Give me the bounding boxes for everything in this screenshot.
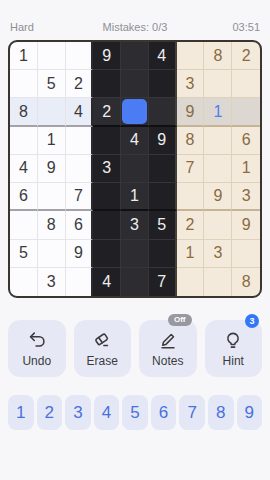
cell-r9c5[interactable] (121, 268, 149, 296)
cell-r1c4[interactable]: 9 (93, 42, 121, 70)
cell-r3c4[interactable]: 2 (93, 98, 121, 126)
cell-r6c9[interactable]: 3 (232, 183, 260, 211)
top-bar: Hard Mistakes: 0/3 03:51 (0, 0, 270, 36)
cell-r4c2[interactable]: 1 (38, 127, 66, 155)
cell-r5c4[interactable]: 3 (93, 155, 121, 183)
cell-r4c6[interactable]: 9 (149, 127, 177, 155)
cell-r9c1[interactable] (10, 268, 38, 296)
cell-r1c9[interactable]: 2 (232, 42, 260, 70)
cell-r6c8[interactable]: 9 (204, 183, 232, 211)
undo-label: Undo (22, 354, 51, 368)
cell-r4c5[interactable]: 4 (121, 127, 149, 155)
cell-r3c9[interactable] (232, 98, 260, 126)
cell-r5c2[interactable]: 9 (38, 155, 66, 183)
cell-r2c1[interactable] (10, 70, 38, 98)
cell-r1c8[interactable]: 8 (204, 42, 232, 70)
numpad-4[interactable]: 4 (94, 395, 120, 430)
cell-r1c5[interactable] (121, 42, 149, 70)
notes-button[interactable]: Off Notes (139, 320, 197, 377)
cell-r9c4[interactable]: 4 (93, 268, 121, 296)
cell-r5c5[interactable] (121, 155, 149, 183)
cell-r8c4[interactable] (93, 240, 121, 268)
cell-r2c8[interactable] (204, 70, 232, 98)
cell-r2c4[interactable] (93, 70, 121, 98)
notes-off-badge: Off (168, 314, 192, 326)
numpad-2[interactable]: 2 (37, 395, 63, 430)
cell-r7c6[interactable]: 5 (149, 211, 177, 239)
cell-r7c1[interactable] (10, 211, 38, 239)
cell-r5c7[interactable]: 7 (177, 155, 205, 183)
hint-button[interactable]: 3 Hint (205, 320, 263, 377)
cell-r6c3[interactable]: 7 (66, 183, 94, 211)
cell-r7c2[interactable]: 8 (38, 211, 66, 239)
cell-r4c1[interactable] (10, 127, 38, 155)
cell-r5c9[interactable]: 1 (232, 155, 260, 183)
eraser-icon (91, 329, 113, 351)
cell-r7c9[interactable]: 9 (232, 211, 260, 239)
cell-r6c4[interactable] (93, 183, 121, 211)
cell-r1c6[interactable]: 4 (149, 42, 177, 70)
cell-r4c3[interactable] (66, 127, 94, 155)
sudoku-board: 1948252384291149864937167193863529591334… (8, 40, 262, 298)
cell-r7c3[interactable]: 6 (66, 211, 94, 239)
notes-label: Notes (152, 354, 183, 368)
cell-r1c2[interactable] (38, 42, 66, 70)
cell-r5c1[interactable]: 4 (10, 155, 38, 183)
cell-r8c8[interactable]: 3 (204, 240, 232, 268)
cell-r4c9[interactable]: 6 (232, 127, 260, 155)
cell-r9c8[interactable] (204, 268, 232, 296)
hint-count-badge: 3 (245, 314, 259, 328)
cell-r7c7[interactable]: 2 (177, 211, 205, 239)
cell-r9c9[interactable]: 8 (232, 268, 260, 296)
cell-r7c5[interactable]: 3 (121, 211, 149, 239)
cell-r8c7[interactable]: 1 (177, 240, 205, 268)
numpad-7[interactable]: 7 (179, 395, 205, 430)
cell-r2c2[interactable]: 5 (38, 70, 66, 98)
cell-r9c2[interactable]: 3 (38, 268, 66, 296)
hint-label: Hint (223, 354, 244, 368)
cell-r2c6[interactable] (149, 70, 177, 98)
cell-r9c7[interactable] (177, 268, 205, 296)
cell-r6c6[interactable] (149, 183, 177, 211)
numpad-3[interactable]: 3 (65, 395, 91, 430)
cell-r3c2[interactable] (38, 98, 66, 126)
numpad-9[interactable]: 9 (237, 395, 263, 430)
cell-r8c3[interactable]: 9 (66, 240, 94, 268)
cell-r7c4[interactable] (93, 211, 121, 239)
cell-r4c8[interactable] (204, 127, 232, 155)
cell-r1c3[interactable] (66, 42, 94, 70)
cell-r6c7[interactable] (177, 183, 205, 211)
cell-r1c1[interactable]: 1 (10, 42, 38, 70)
cell-r2c7[interactable]: 3 (177, 70, 205, 98)
numpad-8[interactable]: 8 (208, 395, 234, 430)
cell-r5c6[interactable] (149, 155, 177, 183)
cell-r3c7[interactable]: 9 (177, 98, 205, 126)
numpad-6[interactable]: 6 (151, 395, 177, 430)
cell-r4c4[interactable] (93, 127, 121, 155)
cell-r2c9[interactable] (232, 70, 260, 98)
selected-cell-highlight (122, 99, 147, 123)
cell-r6c2[interactable] (38, 183, 66, 211)
cell-r1c7[interactable] (177, 42, 205, 70)
erase-button[interactable]: Erase (74, 320, 132, 377)
erase-label: Erase (87, 354, 118, 368)
cell-r7c8[interactable] (204, 211, 232, 239)
cell-r8c6[interactable] (149, 240, 177, 268)
cell-r6c1[interactable]: 6 (10, 183, 38, 211)
mistakes-counter: Mistakes: 0/3 (0, 21, 270, 33)
cell-r8c5[interactable] (121, 240, 149, 268)
toolbar: Undo Erase Off Notes 3 Hint (8, 320, 262, 377)
numpad-1[interactable]: 1 (8, 395, 34, 430)
cell-r3c3[interactable]: 4 (66, 98, 94, 126)
cell-r8c2[interactable] (38, 240, 66, 268)
cell-r8c9[interactable] (232, 240, 260, 268)
numpad-5[interactable]: 5 (122, 395, 148, 430)
cell-r3c5[interactable] (121, 98, 149, 126)
pencil-icon (157, 329, 179, 351)
number-pad: 123456789 (8, 395, 262, 430)
cell-r9c3[interactable] (66, 268, 94, 296)
cell-r5c3[interactable] (66, 155, 94, 183)
cell-r3c1[interactable]: 8 (10, 98, 38, 126)
cell-r5c8[interactable] (204, 155, 232, 183)
lightbulb-icon (222, 329, 244, 351)
cell-r2c3[interactable]: 2 (66, 70, 94, 98)
cell-r9c6[interactable]: 7 (149, 268, 177, 296)
cell-r2c5[interactable] (121, 70, 149, 98)
cell-r8c1[interactable]: 5 (10, 240, 38, 268)
cell-r3c8[interactable]: 1 (204, 98, 232, 126)
undo-icon (26, 329, 48, 351)
cell-r4c7[interactable]: 8 (177, 127, 205, 155)
cell-r6c5[interactable]: 1 (121, 183, 149, 211)
undo-button[interactable]: Undo (8, 320, 66, 377)
cell-r3c6[interactable] (149, 98, 177, 126)
sudoku-grid: 1948252384291149864937167193863529591334… (10, 42, 260, 296)
